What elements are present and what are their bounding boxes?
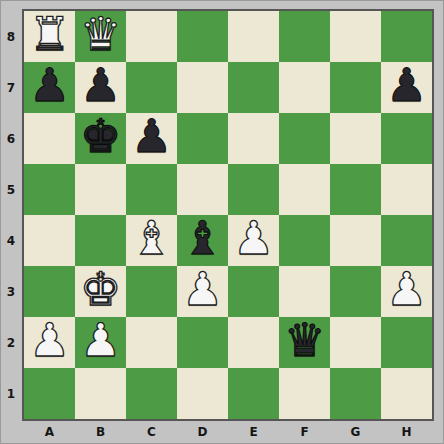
- square-g1[interactable]: [330, 368, 381, 419]
- square-h8[interactable]: [381, 11, 432, 62]
- square-d4[interactable]: ♝: [177, 215, 228, 266]
- square-h1[interactable]: [381, 368, 432, 419]
- square-c5[interactable]: [126, 164, 177, 215]
- black-pawn-b7[interactable]: ♟: [80, 60, 121, 111]
- square-d5[interactable]: [177, 164, 228, 215]
- rank-label-1: 1: [0, 368, 22, 419]
- rank-label-5: 5: [0, 164, 22, 215]
- white-queen-b8[interactable]: ♛: [80, 9, 121, 60]
- square-b8[interactable]: ♛: [75, 11, 126, 62]
- square-c2[interactable]: [126, 317, 177, 368]
- white-king-b3[interactable]: ♚: [80, 264, 121, 315]
- square-e3[interactable]: [228, 266, 279, 317]
- file-label-d: D: [177, 421, 228, 443]
- square-e8[interactable]: [228, 11, 279, 62]
- white-pawn-a2[interactable]: ♟: [29, 315, 70, 366]
- square-b1[interactable]: [75, 368, 126, 419]
- file-label-g: G: [330, 421, 381, 443]
- rank-label-4: 4: [0, 215, 22, 266]
- square-a5[interactable]: [24, 164, 75, 215]
- square-a8[interactable]: ♜: [24, 11, 75, 62]
- white-pawn-b2[interactable]: ♟: [80, 315, 121, 366]
- square-b3[interactable]: ♚: [75, 266, 126, 317]
- square-e2[interactable]: [228, 317, 279, 368]
- white-rook-a8[interactable]: ♜: [29, 9, 70, 60]
- square-e7[interactable]: [228, 62, 279, 113]
- square-h6[interactable]: [381, 113, 432, 164]
- square-d3[interactable]: ♟: [177, 266, 228, 317]
- square-h5[interactable]: [381, 164, 432, 215]
- square-f8[interactable]: [279, 11, 330, 62]
- square-e6[interactable]: [228, 113, 279, 164]
- black-king-b6[interactable]: ♚: [80, 111, 121, 162]
- square-h7[interactable]: ♟: [381, 62, 432, 113]
- black-bishop-d4[interactable]: ♝: [182, 213, 223, 264]
- white-pawn-e4[interactable]: ♟: [233, 213, 274, 264]
- square-d7[interactable]: [177, 62, 228, 113]
- square-d6[interactable]: [177, 113, 228, 164]
- square-f7[interactable]: [279, 62, 330, 113]
- rank-label-8: 8: [0, 11, 22, 62]
- square-d1[interactable]: [177, 368, 228, 419]
- square-a4[interactable]: [24, 215, 75, 266]
- square-h3[interactable]: ♟: [381, 266, 432, 317]
- square-c4[interactable]: ♝: [126, 215, 177, 266]
- black-pawn-h7[interactable]: ♟: [386, 60, 427, 111]
- rank-label-7: 7: [0, 62, 22, 113]
- square-f5[interactable]: [279, 164, 330, 215]
- square-c1[interactable]: [126, 368, 177, 419]
- square-h2[interactable]: [381, 317, 432, 368]
- file-label-a: A: [24, 421, 75, 443]
- square-f4[interactable]: [279, 215, 330, 266]
- square-b6[interactable]: ♚: [75, 113, 126, 164]
- file-label-h: H: [381, 421, 432, 443]
- black-queen-f2[interactable]: ♛: [284, 315, 325, 366]
- square-c7[interactable]: [126, 62, 177, 113]
- file-label-b: B: [75, 421, 126, 443]
- rank-label-3: 3: [0, 266, 22, 317]
- square-a3[interactable]: [24, 266, 75, 317]
- square-c6[interactable]: ♟: [126, 113, 177, 164]
- rank-label-6: 6: [0, 113, 22, 164]
- black-pawn-a7[interactable]: ♟: [29, 60, 70, 111]
- rank-label-2: 2: [0, 317, 22, 368]
- square-b2[interactable]: ♟: [75, 317, 126, 368]
- square-h4[interactable]: [381, 215, 432, 266]
- square-e1[interactable]: [228, 368, 279, 419]
- white-bishop-c4[interactable]: ♝: [131, 213, 172, 264]
- square-e4[interactable]: ♟: [228, 215, 279, 266]
- square-d8[interactable]: [177, 11, 228, 62]
- square-f2[interactable]: ♛: [279, 317, 330, 368]
- square-a7[interactable]: ♟: [24, 62, 75, 113]
- square-g8[interactable]: [330, 11, 381, 62]
- file-label-c: C: [126, 421, 177, 443]
- square-a2[interactable]: ♟: [24, 317, 75, 368]
- square-g7[interactable]: [330, 62, 381, 113]
- white-pawn-d3[interactable]: ♟: [182, 264, 223, 315]
- square-c3[interactable]: [126, 266, 177, 317]
- square-a6[interactable]: [24, 113, 75, 164]
- square-g3[interactable]: [330, 266, 381, 317]
- square-d2[interactable]: [177, 317, 228, 368]
- square-b4[interactable]: [75, 215, 126, 266]
- square-b7[interactable]: ♟: [75, 62, 126, 113]
- black-pawn-c6[interactable]: ♟: [131, 111, 172, 162]
- square-g2[interactable]: [330, 317, 381, 368]
- chess-board-frame: 87654321 ♜♛♟♟♟♚♟♝♝♟♚♟♟♟♟♛ ABCDEFGH: [0, 0, 444, 444]
- square-g6[interactable]: [330, 113, 381, 164]
- square-e5[interactable]: [228, 164, 279, 215]
- square-b5[interactable]: [75, 164, 126, 215]
- square-a1[interactable]: [24, 368, 75, 419]
- white-pawn-h3[interactable]: ♟: [386, 264, 427, 315]
- file-labels: ABCDEFGH: [24, 421, 432, 443]
- square-f3[interactable]: [279, 266, 330, 317]
- square-g5[interactable]: [330, 164, 381, 215]
- square-f1[interactable]: [279, 368, 330, 419]
- square-f6[interactable]: [279, 113, 330, 164]
- chess-board[interactable]: ♜♛♟♟♟♚♟♝♝♟♚♟♟♟♟♛: [22, 9, 434, 421]
- file-label-f: F: [279, 421, 330, 443]
- square-c8[interactable]: [126, 11, 177, 62]
- file-label-e: E: [228, 421, 279, 443]
- rank-labels: 87654321: [0, 11, 22, 419]
- square-g4[interactable]: [330, 215, 381, 266]
